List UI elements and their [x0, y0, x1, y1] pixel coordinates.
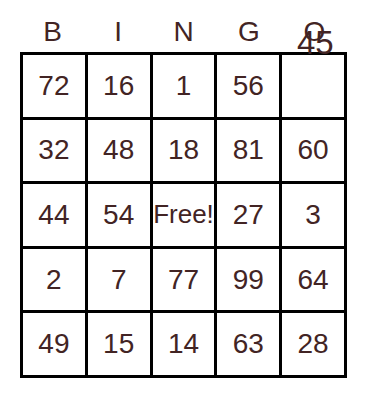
called-number: 45	[297, 26, 334, 59]
column-letter-b: B	[20, 18, 85, 46]
free-cell[interactable]: Free!	[153, 184, 215, 246]
bingo-cell-r3c3[interactable]: 99	[217, 249, 279, 311]
bingo-cell-r3c2[interactable]: 77	[153, 249, 215, 311]
bingo-cell-r2c4[interactable]: 3	[282, 184, 344, 246]
bingo-cell-r1c2[interactable]: 18	[153, 120, 215, 182]
bingo-cell-r4c0[interactable]: 49	[23, 313, 85, 375]
bingo-cell-r4c1[interactable]: 15	[88, 313, 150, 375]
column-letter-n: N	[151, 18, 216, 46]
bingo-cell-r2c3[interactable]: 27	[217, 184, 279, 246]
bingo-board: 72 16 1 56 32 48 18 81 60 44 54 Free! 27…	[20, 52, 347, 378]
bingo-cell-r1c3[interactable]: 81	[217, 120, 279, 182]
bingo-cell-r0c3[interactable]: 56	[217, 55, 279, 117]
bingo-cell-r4c2[interactable]: 14	[153, 313, 215, 375]
bingo-cell-r1c1[interactable]: 48	[88, 120, 150, 182]
bingo-cell-r2c1[interactable]: 54	[88, 184, 150, 246]
column-letter-g: G	[216, 18, 281, 46]
column-letter-i: I	[85, 18, 150, 46]
bingo-cell-r3c4[interactable]: 64	[282, 249, 344, 311]
bingo-cell-r0c0[interactable]: 72	[23, 55, 85, 117]
bingo-cell-r3c1[interactable]: 7	[88, 249, 150, 311]
bingo-cell-r0c2[interactable]: 1	[153, 55, 215, 117]
bingo-cell-r2c0[interactable]: 44	[23, 184, 85, 246]
bingo-cell-r1c0[interactable]: 32	[23, 120, 85, 182]
bingo-cell-r0c1[interactable]: 16	[88, 55, 150, 117]
bingo-cell-r1c4[interactable]: 60	[282, 120, 344, 182]
bingo-cell-r3c0[interactable]: 2	[23, 249, 85, 311]
bingo-cell-r0c4-empty[interactable]	[282, 55, 344, 117]
bingo-cell-r4c3[interactable]: 63	[217, 313, 279, 375]
bingo-cell-r4c4[interactable]: 28	[282, 313, 344, 375]
